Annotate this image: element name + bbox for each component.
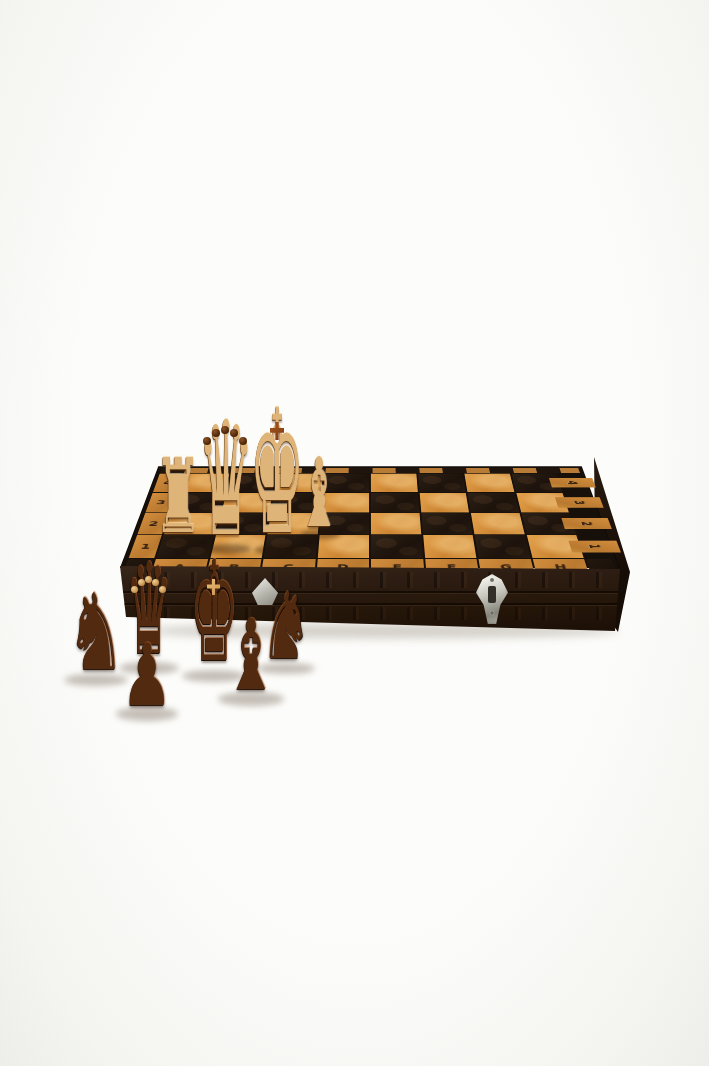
clasp-keyhole-icon bbox=[488, 586, 496, 603]
lid-seam bbox=[110, 591, 630, 593]
square-g3 bbox=[468, 493, 519, 513]
black-knight-left: ♞ bbox=[67, 584, 126, 682]
square-g2 bbox=[471, 513, 524, 534]
square-f3 bbox=[419, 493, 469, 513]
rank-label-right-2: 2 bbox=[562, 518, 613, 529]
square-f4 bbox=[418, 474, 466, 492]
white-queen-finial bbox=[203, 437, 211, 445]
white-queen-finial bbox=[221, 426, 229, 434]
square-f1 bbox=[423, 535, 477, 558]
white-bishop: ♝ bbox=[297, 449, 340, 537]
square-e2 bbox=[371, 513, 421, 534]
black-queen-finial bbox=[138, 579, 145, 586]
white-queen-finial bbox=[212, 429, 220, 437]
square-e4 bbox=[371, 474, 418, 492]
black-queen-finial bbox=[145, 576, 152, 583]
black-queen-finial bbox=[152, 579, 159, 586]
square-g4 bbox=[464, 474, 514, 492]
square-e3 bbox=[371, 493, 419, 513]
white-queen-finial bbox=[239, 437, 247, 445]
rank-label-right-3: 3 bbox=[555, 497, 604, 507]
carved-band-upper bbox=[110, 572, 630, 588]
carved-band-lower bbox=[110, 607, 630, 620]
white-rook: ♜ bbox=[154, 449, 202, 544]
square-f2 bbox=[421, 513, 473, 534]
black-bishop: ♝ bbox=[224, 610, 278, 700]
black-queen-finial bbox=[159, 586, 166, 593]
black-pawn: ♟ bbox=[122, 636, 173, 715]
white-king: ♚ bbox=[249, 394, 305, 552]
clasp-screw-icon bbox=[490, 578, 494, 582]
black-queen-finial bbox=[131, 586, 138, 593]
square-e1 bbox=[371, 535, 423, 558]
rank-label-right-1: 1 bbox=[568, 541, 620, 553]
white-queen-finial bbox=[230, 429, 238, 437]
photo-scene: 44332211ABCDEFGH ♜♛♚♝♞♛♟♚♝♞ bbox=[0, 0, 709, 1066]
square-g1 bbox=[475, 535, 530, 558]
rank-label-right-4: 4 bbox=[549, 478, 596, 488]
clasp-screw-icon bbox=[490, 611, 494, 615]
base-seam bbox=[110, 603, 630, 605]
metal-clasp bbox=[476, 574, 508, 624]
